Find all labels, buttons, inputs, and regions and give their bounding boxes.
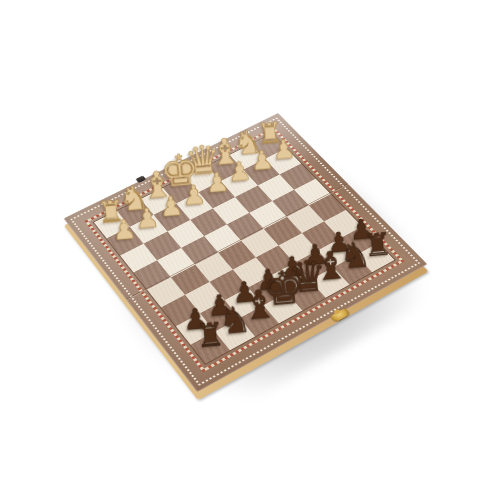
piece-black-queen-d8: ♛ [285, 254, 330, 300]
piece-black-pawn-h7: ♟ [173, 302, 218, 334]
piece-black-knight-b8: ♞ [333, 236, 377, 275]
piece-black-rook-h8: ♜ [188, 318, 234, 354]
piece-black-bishop-c8: ♝ [309, 245, 354, 287]
piece-black-bishop-f8: ♝ [237, 284, 283, 327]
piece-black-pawn-f7: ♟ [222, 276, 266, 308]
scene: ♜♞♝♚♛♝♞♜♟♟♟♟♟♟♟♟♟♟♟♟♟♟♟♟♜♞♝♚♛♝♞♜ [0, 0, 500, 500]
product-photo: ♜♞♝♚♛♝♞♜♟♟♟♟♟♟♟♟♟♟♟♟♟♟♟♟♜♞♝♚♛♝♞♜ [0, 0, 500, 500]
chess-board: ♜♞♝♚♛♝♞♜♟♟♟♟♟♟♟♟♟♟♟♟♟♟♟♟♜♞♝♚♛♝♞♜ [64, 113, 428, 392]
piece-black-pawn-g7: ♟ [198, 289, 242, 321]
piece-black-pawn-c7: ♟ [294, 238, 337, 269]
